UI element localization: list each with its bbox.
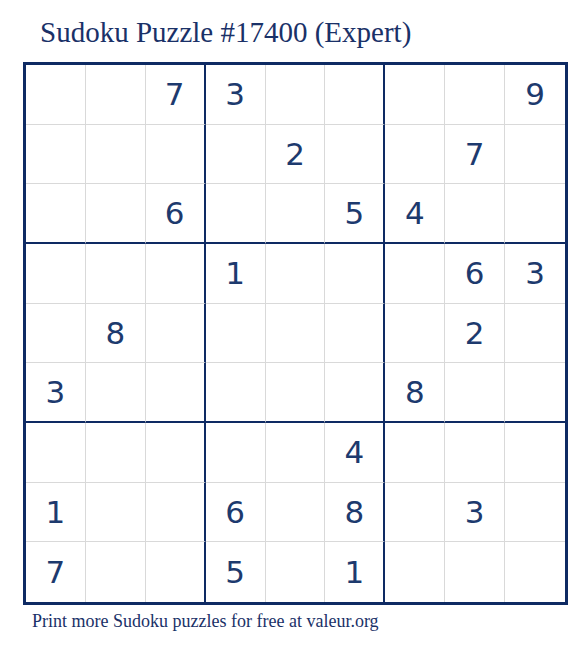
cell-r8c9	[505, 483, 565, 543]
cell-r5c3	[146, 304, 206, 364]
cell-r2c7	[385, 125, 445, 185]
cell-r2c2	[86, 125, 146, 185]
cell-r3c1	[26, 184, 86, 244]
sudoku-board: 73927654163823841683751	[23, 62, 568, 605]
cell-r9c2	[86, 542, 146, 602]
cell-r7c4	[206, 423, 266, 483]
footer-text: Print more Sudoku puzzles for free at va…	[32, 611, 379, 632]
cell-r6c5	[266, 363, 326, 423]
cell-r6c7: 8	[385, 363, 445, 423]
cell-r5c7	[385, 304, 445, 364]
cell-r4c2	[86, 244, 146, 304]
cell-r6c8	[445, 363, 505, 423]
cell-r8c4: 6	[206, 483, 266, 543]
cell-r9c1: 7	[26, 542, 86, 602]
cell-r9c3	[146, 542, 206, 602]
cell-r3c7: 4	[385, 184, 445, 244]
cell-r4c5	[266, 244, 326, 304]
cell-r8c8: 3	[445, 483, 505, 543]
cell-r7c7	[385, 423, 445, 483]
cell-r8c3	[146, 483, 206, 543]
cell-r3c6: 5	[325, 184, 385, 244]
cell-r3c4	[206, 184, 266, 244]
cell-r9c4: 5	[206, 542, 266, 602]
cell-r2c5: 2	[266, 125, 326, 185]
cell-r9c7	[385, 542, 445, 602]
cell-r7c9	[505, 423, 565, 483]
cell-r1c5	[266, 65, 326, 125]
cell-r1c1	[26, 65, 86, 125]
cell-r4c7	[385, 244, 445, 304]
cell-r7c6: 4	[325, 423, 385, 483]
cell-r9c8	[445, 542, 505, 602]
cell-r4c8: 6	[445, 244, 505, 304]
cell-r6c3	[146, 363, 206, 423]
cell-r2c1	[26, 125, 86, 185]
cell-r3c9	[505, 184, 565, 244]
cell-r2c3	[146, 125, 206, 185]
cell-r1c9: 9	[505, 65, 565, 125]
cell-r4c4: 1	[206, 244, 266, 304]
cell-r9c5	[266, 542, 326, 602]
cell-r5c6	[325, 304, 385, 364]
cell-r6c2	[86, 363, 146, 423]
cell-r5c8: 2	[445, 304, 505, 364]
cell-r8c2	[86, 483, 146, 543]
cell-r1c8	[445, 65, 505, 125]
cell-r2c4	[206, 125, 266, 185]
cell-r5c4	[206, 304, 266, 364]
cell-r5c2: 8	[86, 304, 146, 364]
cell-r1c6	[325, 65, 385, 125]
cell-r8c5	[266, 483, 326, 543]
cell-r5c5	[266, 304, 326, 364]
cell-r5c9	[505, 304, 565, 364]
cell-r4c6	[325, 244, 385, 304]
cell-r6c6	[325, 363, 385, 423]
cell-r1c4: 3	[206, 65, 266, 125]
cell-r3c2	[86, 184, 146, 244]
cell-r3c3: 6	[146, 184, 206, 244]
cell-r1c7	[385, 65, 445, 125]
cell-r7c8	[445, 423, 505, 483]
sudoku-page: Sudoku Puzzle #17400 (Expert) 7392765416…	[0, 0, 580, 651]
cell-r1c2	[86, 65, 146, 125]
cell-r7c1	[26, 423, 86, 483]
cell-r3c8	[445, 184, 505, 244]
cell-r7c3	[146, 423, 206, 483]
cell-r6c9	[505, 363, 565, 423]
cell-r2c9	[505, 125, 565, 185]
cell-r3c5	[266, 184, 326, 244]
cell-r8c1: 1	[26, 483, 86, 543]
cell-r2c8: 7	[445, 125, 505, 185]
cell-r4c9: 3	[505, 244, 565, 304]
cell-r2c6	[325, 125, 385, 185]
cell-r6c4	[206, 363, 266, 423]
cell-r1c3: 7	[146, 65, 206, 125]
cell-r8c7	[385, 483, 445, 543]
cell-r7c2	[86, 423, 146, 483]
cell-r4c3	[146, 244, 206, 304]
cell-r7c5	[266, 423, 326, 483]
cell-r8c6: 8	[325, 483, 385, 543]
cell-r4c1	[26, 244, 86, 304]
cell-r9c6: 1	[325, 542, 385, 602]
cell-r6c1: 3	[26, 363, 86, 423]
cell-r9c9	[505, 542, 565, 602]
page-title: Sudoku Puzzle #17400 (Expert)	[40, 16, 411, 49]
cell-r5c1	[26, 304, 86, 364]
